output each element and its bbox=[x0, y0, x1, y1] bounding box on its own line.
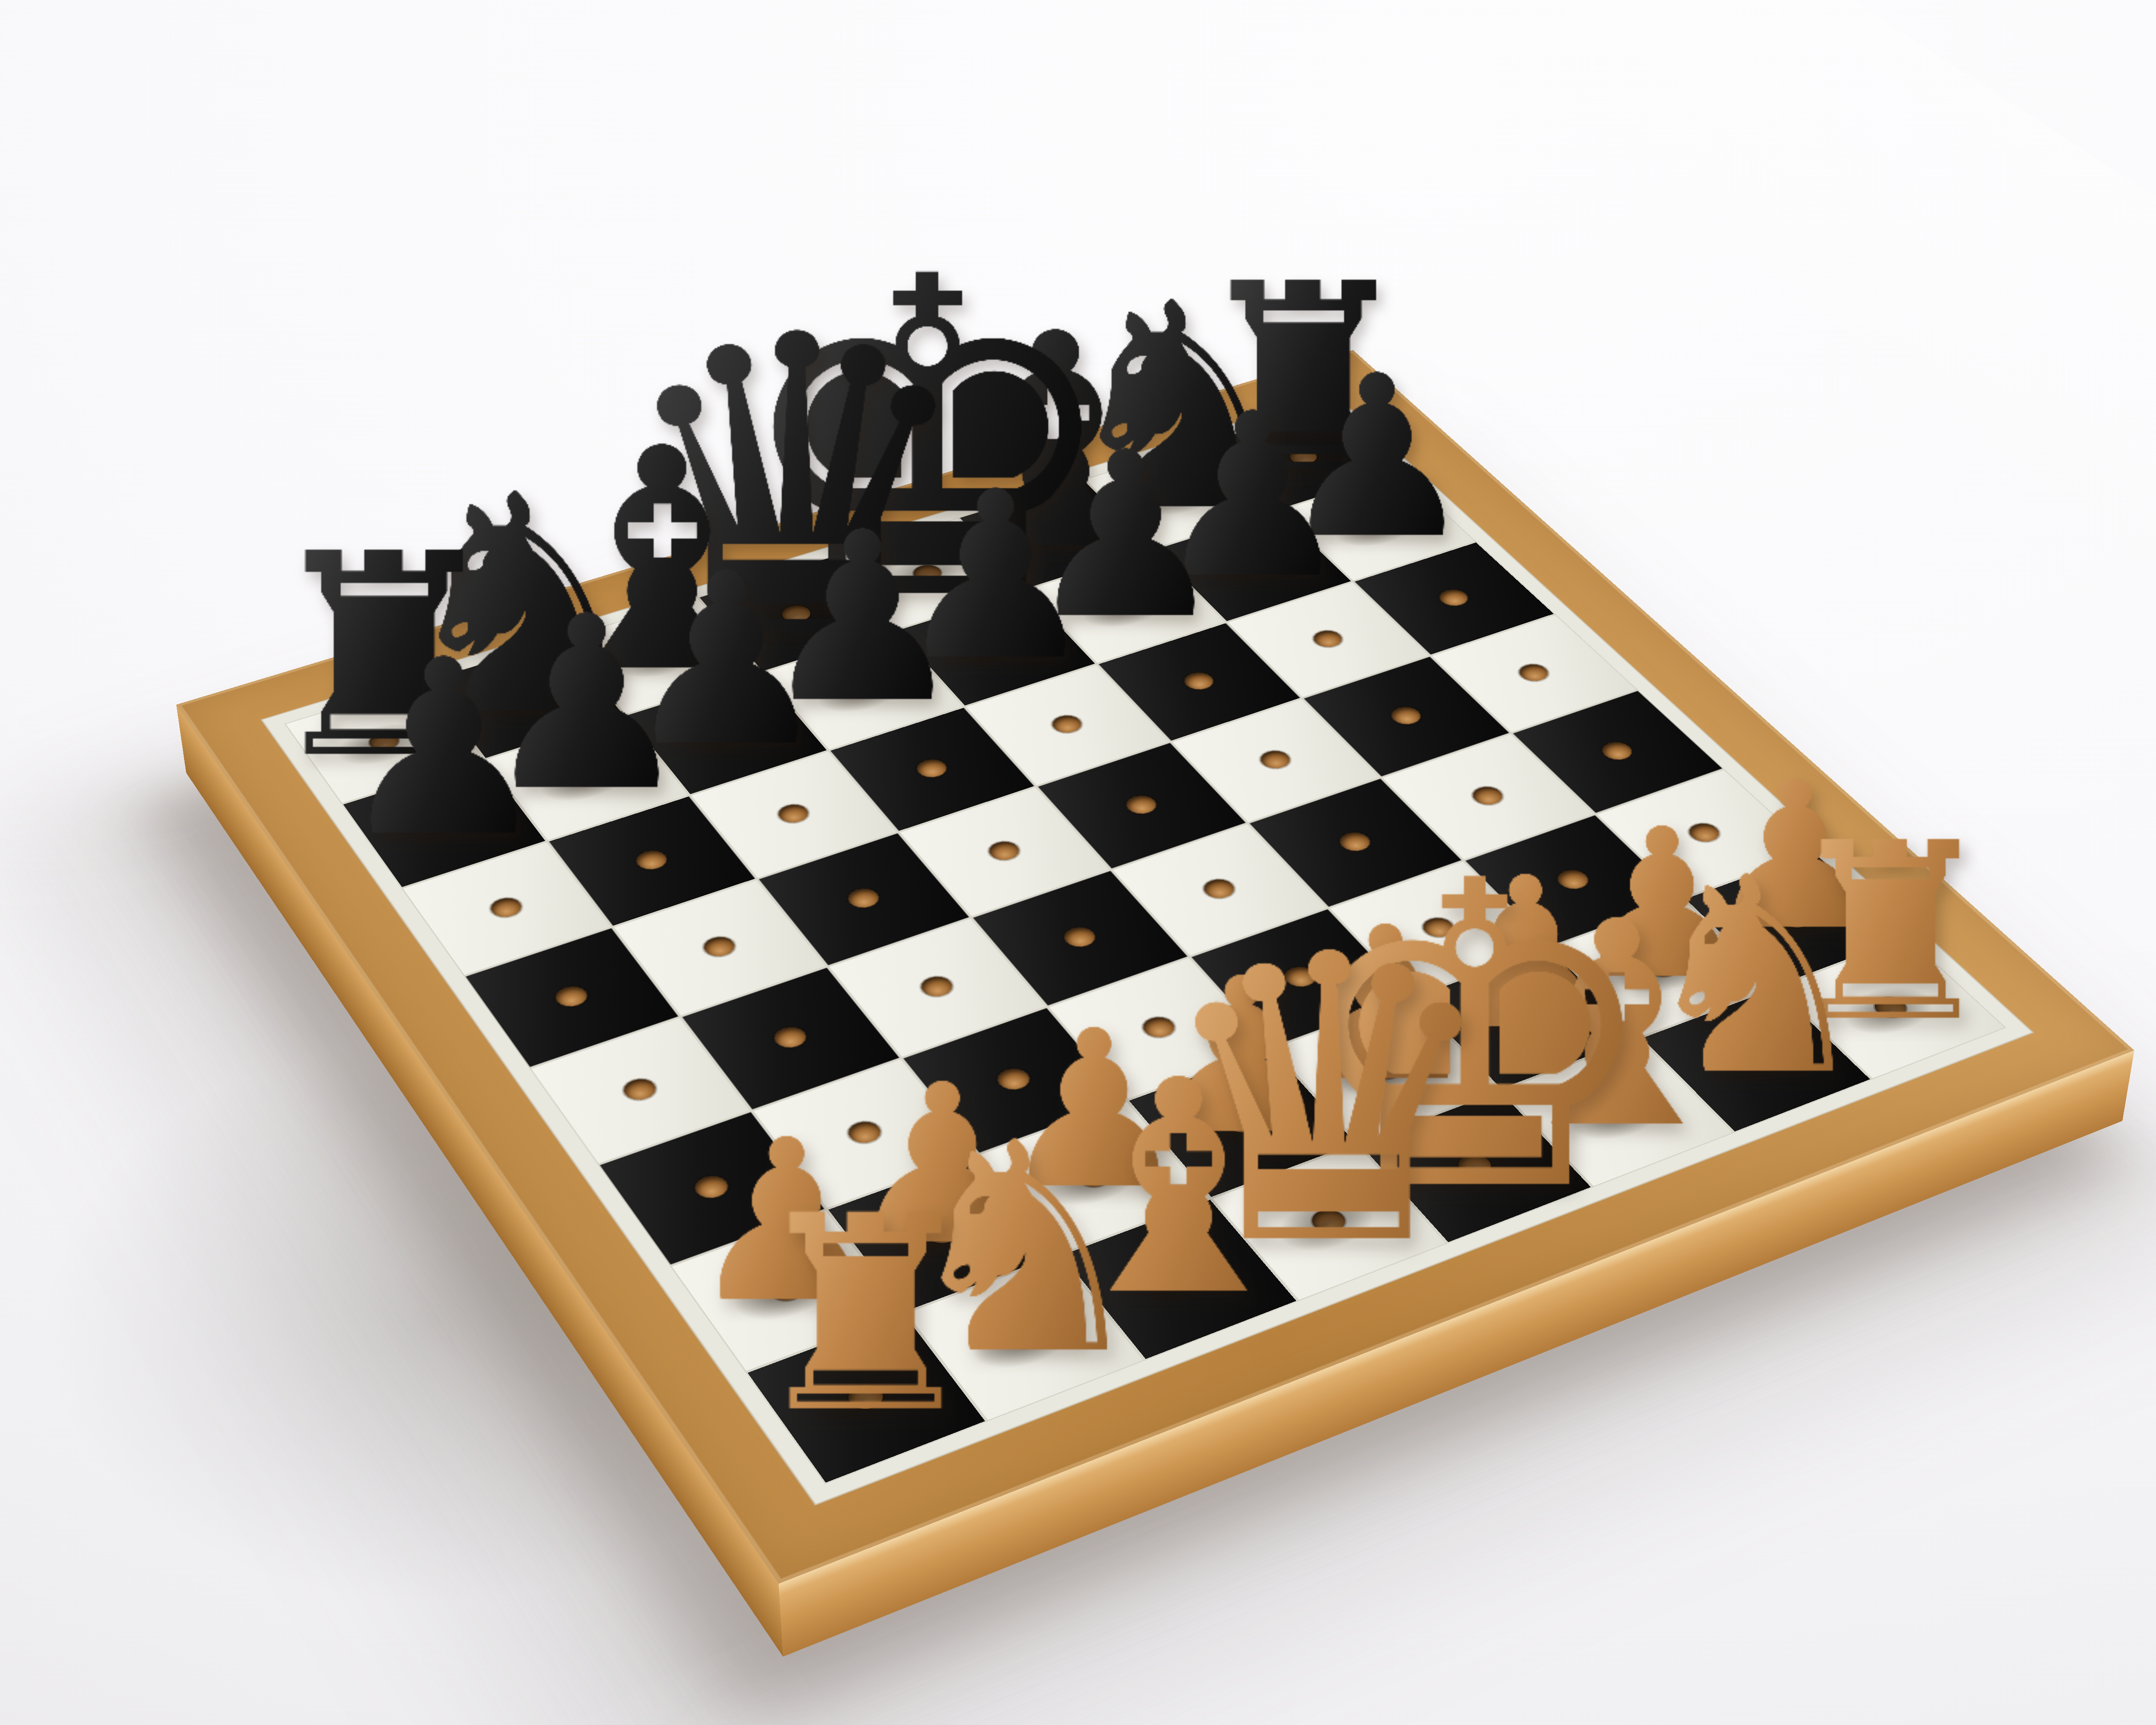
peg-hole-f6 bbox=[1178, 670, 1218, 693]
peg-hole-d5 bbox=[983, 838, 1024, 863]
peg-hole-c6 bbox=[773, 801, 812, 826]
peg-hole-b5 bbox=[698, 934, 739, 960]
peg-hole-g6 bbox=[1308, 628, 1347, 650]
peg-hole-b4 bbox=[768, 1024, 811, 1051]
peg-hole-e6 bbox=[1047, 712, 1086, 736]
peg-hole-f5 bbox=[1254, 748, 1294, 772]
black-pawn-icon: ♟ bbox=[334, 629, 552, 871]
peg-hole-a5 bbox=[550, 983, 592, 1010]
peg-hole-h6 bbox=[1434, 587, 1473, 609]
peg-hole-g5 bbox=[1385, 704, 1426, 727]
peg-hole-c4 bbox=[915, 973, 957, 1000]
peg-hole-d6 bbox=[911, 756, 951, 781]
peg-hole-a6 bbox=[485, 895, 525, 921]
peg-hole-b6 bbox=[631, 847, 671, 872]
studio-backdrop: ♜♞♝♛♚♝♞♜♟♟♟♟♟♟♟♟♟♟♟♟♟♟♟♟♜♞♝♛♚♝♞♜ bbox=[0, 0, 2156, 1725]
peg-hole-h5 bbox=[1513, 661, 1553, 684]
photo-canvas: ♜♞♝♛♚♝♞♜♟♟♟♟♟♟♟♟♟♟♟♟♟♟♟♟♜♞♝♛♚♝♞♜ bbox=[0, 144, 2156, 1581]
peg-hole-c5 bbox=[842, 885, 883, 911]
peg-hole-d4 bbox=[1058, 924, 1100, 950]
